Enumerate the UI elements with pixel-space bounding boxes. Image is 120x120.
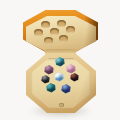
die-black-red-speckle[interactable] — [69, 72, 79, 81]
die-teal-apatite[interactable] — [54, 56, 65, 67]
dice-group — [0, 0, 120, 120]
dice-box-photo — [0, 0, 120, 120]
die-dark-teal-chrysocolla[interactable] — [46, 83, 57, 93]
die-purple-lepidolite[interactable] — [44, 65, 55, 75]
die-white-blue-marble[interactable] — [54, 72, 65, 83]
die-pink-cherry-quartz[interactable] — [66, 64, 77, 74]
die-blue-sodalite[interactable] — [60, 83, 71, 94]
die-black-speckle[interactable] — [40, 74, 50, 84]
